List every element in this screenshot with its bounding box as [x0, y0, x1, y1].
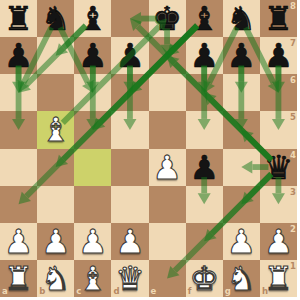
- piece-white-king-f1[interactable]: ♚: [186, 260, 223, 297]
- piece-white-rook-h1[interactable]: ♜: [260, 260, 297, 297]
- rank-label-6: 6: [290, 76, 296, 85]
- piece-black-knight-g8[interactable]: ♞: [223, 0, 260, 37]
- piece-black-pawn-c7[interactable]: ♟: [74, 37, 111, 74]
- square-d5[interactable]: [111, 111, 148, 148]
- square-g5[interactable]: [223, 111, 260, 148]
- square-f3[interactable]: [186, 186, 223, 223]
- square-e3[interactable]: [149, 186, 186, 223]
- piece-black-rook-a8[interactable]: ♜: [0, 0, 37, 37]
- piece-black-pawn-d7[interactable]: ♟: [111, 37, 148, 74]
- square-e6[interactable]: [149, 74, 186, 111]
- piece-black-pawn-a7[interactable]: ♟: [0, 37, 37, 74]
- piece-black-king-e8[interactable]: ♚: [149, 0, 186, 37]
- rank-label-5: 5: [290, 113, 296, 122]
- rank-label-3: 3: [290, 188, 296, 197]
- square-d8[interactable]: [111, 0, 148, 37]
- piece-white-pawn-h2[interactable]: ♟: [260, 223, 297, 260]
- piece-white-pawn-e4[interactable]: ♟: [149, 149, 186, 186]
- square-e2[interactable]: [149, 223, 186, 260]
- piece-white-bishop-c1[interactable]: ♝: [74, 260, 111, 297]
- square-d6[interactable]: [111, 74, 148, 111]
- piece-black-pawn-f4[interactable]: ♟: [186, 149, 223, 186]
- square-g3[interactable]: [223, 186, 260, 223]
- piece-black-bishop-c8[interactable]: ♝: [74, 0, 111, 37]
- square-f6[interactable]: [186, 74, 223, 111]
- piece-white-knight-b1[interactable]: ♞: [37, 260, 74, 297]
- piece-white-pawn-d2[interactable]: ♟: [111, 223, 148, 260]
- piece-white-pawn-b2[interactable]: ♟: [37, 223, 74, 260]
- square-a5[interactable]: [0, 111, 37, 148]
- square-a3[interactable]: [0, 186, 37, 223]
- piece-black-rook-h8[interactable]: ♜: [260, 0, 297, 37]
- square-a4[interactable]: [0, 149, 37, 186]
- square-f5[interactable]: [186, 111, 223, 148]
- piece-black-pawn-g7[interactable]: ♟: [223, 37, 260, 74]
- square-b4[interactable]: [37, 149, 74, 186]
- square-c4[interactable]: [74, 149, 111, 186]
- piece-black-pawn-f7[interactable]: ♟: [186, 37, 223, 74]
- piece-white-pawn-a2[interactable]: ♟: [0, 223, 37, 260]
- square-g6[interactable]: [223, 74, 260, 111]
- piece-white-knight-g1[interactable]: ♞: [223, 260, 260, 297]
- square-f2[interactable]: [186, 223, 223, 260]
- square-b7[interactable]: [37, 37, 74, 74]
- square-e7[interactable]: [149, 37, 186, 74]
- square-d3[interactable]: [111, 186, 148, 223]
- square-b3[interactable]: [37, 186, 74, 223]
- square-g4[interactable]: [223, 149, 260, 186]
- square-d4[interactable]: [111, 149, 148, 186]
- square-b6[interactable]: [37, 74, 74, 111]
- square-c3[interactable]: [74, 186, 111, 223]
- piece-black-pawn-h7[interactable]: ♟: [260, 37, 297, 74]
- square-c6[interactable]: [74, 74, 111, 111]
- square-c5[interactable]: [74, 111, 111, 148]
- piece-black-queen-h4[interactable]: ♛: [260, 149, 297, 186]
- piece-white-queen-d1[interactable]: ♛: [111, 260, 148, 297]
- piece-black-knight-b8[interactable]: ♞: [37, 0, 74, 37]
- square-e5[interactable]: [149, 111, 186, 148]
- file-label-e: e: [151, 287, 157, 296]
- piece-white-pawn-g2[interactable]: ♟: [223, 223, 260, 260]
- square-a6[interactable]: [0, 74, 37, 111]
- piece-white-rook-a1[interactable]: ♜: [0, 260, 37, 297]
- piece-black-bishop-f8[interactable]: ♝: [186, 0, 223, 37]
- piece-white-bishop-b5[interactable]: ♝: [37, 111, 74, 148]
- chess-board: 12345678abcdefgh♜♞♝♚♝♞♜♟♟♟♟♟♟♝♟♟♛♟♟♟♟♟♟♜…: [0, 0, 297, 297]
- piece-white-pawn-c2[interactable]: ♟: [74, 223, 111, 260]
